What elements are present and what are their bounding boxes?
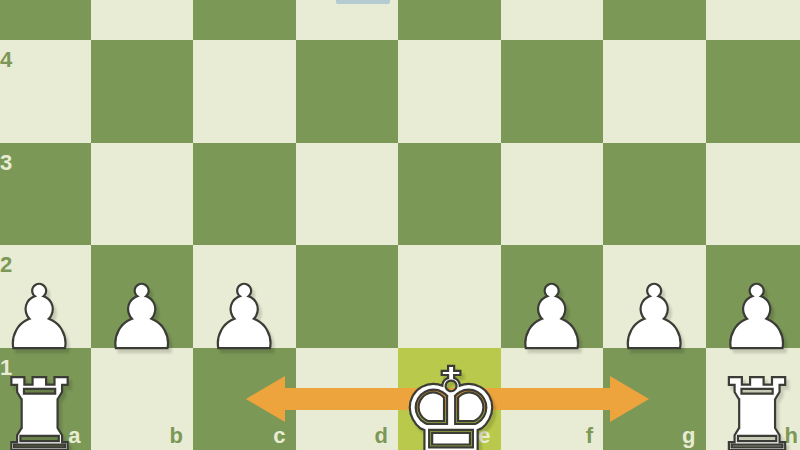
square-e3[interactable]: [398, 143, 501, 246]
castling-arrow-left-head: [246, 376, 285, 422]
chess-board-screenshot: 432♟♟♟♟♟♟1a♜bcde♚fgh♜: [0, 0, 800, 450]
square-d3[interactable]: [296, 143, 399, 246]
square-c4[interactable]: [193, 40, 296, 143]
square-h5[interactable]: [706, 0, 800, 40]
square-d4[interactable]: [296, 40, 399, 143]
white-pawn-a2[interactable]: ♟: [0, 274, 91, 362]
square-g5[interactable]: [603, 0, 706, 40]
file-label-b: b: [170, 425, 183, 447]
square-a2[interactable]: 2♟: [0, 245, 91, 348]
square-h1[interactable]: h♜: [706, 348, 800, 450]
white-rook-h1[interactable]: ♜: [706, 366, 800, 450]
square-b3[interactable]: [91, 143, 194, 246]
file-label-f: f: [586, 425, 593, 447]
square-g2[interactable]: ♟: [603, 245, 706, 348]
white-pawn-b2[interactable]: ♟: [91, 274, 194, 362]
file-label-g: g: [682, 425, 695, 447]
white-pawn-g2[interactable]: ♟: [603, 274, 706, 362]
square-f4[interactable]: [501, 40, 604, 143]
chess-board: 432♟♟♟♟♟♟1a♜bcde♚fgh♜: [0, 0, 800, 450]
square-g3[interactable]: [603, 143, 706, 246]
rank-label-3: 3: [0, 152, 12, 174]
square-h3[interactable]: [706, 143, 800, 246]
square-c2[interactable]: ♟: [193, 245, 296, 348]
white-pawn-c2[interactable]: ♟: [193, 274, 296, 362]
square-h2[interactable]: ♟: [706, 245, 800, 348]
square-e5[interactable]: [398, 0, 501, 40]
white-rook-a1[interactable]: ♜: [0, 366, 91, 450]
square-h4[interactable]: [706, 40, 800, 143]
square-b2[interactable]: ♟: [91, 245, 194, 348]
square-e2[interactable]: [398, 245, 501, 348]
castling-arrow-right-head: [610, 376, 649, 422]
square-f5[interactable]: [501, 0, 604, 40]
white-pawn-f2[interactable]: ♟: [501, 274, 604, 362]
square-g4[interactable]: [603, 40, 706, 143]
square-e4[interactable]: [398, 40, 501, 143]
square-b5[interactable]: [91, 0, 194, 40]
square-c3[interactable]: [193, 143, 296, 246]
square-a3[interactable]: 3: [0, 143, 91, 246]
file-label-d: d: [375, 425, 388, 447]
square-e1[interactable]: e♚: [398, 348, 501, 450]
square-b4[interactable]: [91, 40, 194, 143]
square-a1[interactable]: 1a♜: [0, 348, 91, 450]
square-a4[interactable]: 4: [0, 40, 91, 143]
square-f3[interactable]: [501, 143, 604, 246]
square-d2[interactable]: [296, 245, 399, 348]
white-pawn-h2[interactable]: ♟: [706, 274, 800, 362]
file-label-c: c: [273, 425, 285, 447]
white-king-e1[interactable]: ♚: [398, 352, 501, 450]
top-edge-ui-fragment: [336, 0, 390, 4]
square-a5[interactable]: [0, 0, 91, 40]
rank-label-4: 4: [0, 49, 12, 71]
square-f2[interactable]: ♟: [501, 245, 604, 348]
square-c5[interactable]: [193, 0, 296, 40]
square-d5[interactable]: [296, 0, 399, 40]
